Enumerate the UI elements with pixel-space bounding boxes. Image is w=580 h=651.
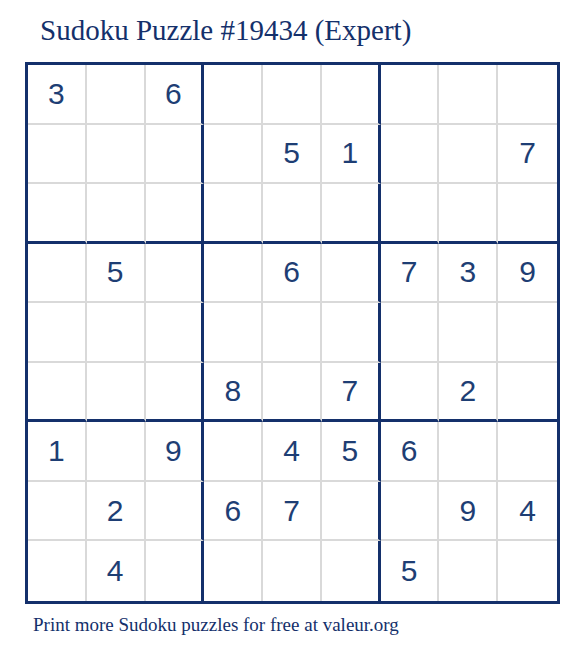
footer-text: Print more Sudoku puzzles for free at va…	[33, 614, 399, 636]
cell-r3c7[interactable]	[381, 184, 440, 244]
cell-r5c5[interactable]	[263, 303, 322, 363]
cell-r7c4[interactable]	[204, 422, 263, 482]
cell-r4c5[interactable]: 6	[263, 244, 322, 304]
cell-r2c4[interactable]	[204, 125, 263, 185]
cell-r6c4[interactable]: 8	[204, 363, 263, 423]
cell-r2c9[interactable]: 7	[498, 125, 557, 185]
cell-r6c7[interactable]	[381, 363, 440, 423]
cell-r4c8[interactable]: 3	[439, 244, 498, 304]
cell-r8c1[interactable]	[28, 482, 87, 542]
cell-r7c9[interactable]	[498, 422, 557, 482]
cell-r9c6[interactable]	[322, 541, 381, 601]
cell-r8c2[interactable]: 2	[87, 482, 146, 542]
cell-r3c4[interactable]	[204, 184, 263, 244]
cell-r4c7[interactable]: 7	[381, 244, 440, 304]
cell-r1c1[interactable]: 3	[28, 65, 87, 125]
sudoku-grid: 3651756739872194562679445	[25, 62, 560, 604]
cell-r2c7[interactable]	[381, 125, 440, 185]
cell-r7c7[interactable]: 6	[381, 422, 440, 482]
cell-r3c8[interactable]	[439, 184, 498, 244]
cell-r9c1[interactable]	[28, 541, 87, 601]
cell-r6c5[interactable]	[263, 363, 322, 423]
cell-r6c9[interactable]	[498, 363, 557, 423]
cell-r5c1[interactable]	[28, 303, 87, 363]
cell-r1c8[interactable]	[439, 65, 498, 125]
cell-r6c2[interactable]	[87, 363, 146, 423]
cell-r3c9[interactable]	[498, 184, 557, 244]
cell-r3c2[interactable]	[87, 184, 146, 244]
cell-r5c4[interactable]	[204, 303, 263, 363]
cell-r5c6[interactable]	[322, 303, 381, 363]
cell-r9c4[interactable]	[204, 541, 263, 601]
cell-r3c1[interactable]	[28, 184, 87, 244]
cell-r3c5[interactable]	[263, 184, 322, 244]
cell-r9c3[interactable]	[146, 541, 205, 601]
cell-r4c6[interactable]	[322, 244, 381, 304]
cell-r3c6[interactable]	[322, 184, 381, 244]
cell-r7c8[interactable]	[439, 422, 498, 482]
cell-r5c8[interactable]	[439, 303, 498, 363]
cell-r4c3[interactable]	[146, 244, 205, 304]
cell-r4c2[interactable]: 5	[87, 244, 146, 304]
cell-r5c9[interactable]	[498, 303, 557, 363]
cell-r2c5[interactable]: 5	[263, 125, 322, 185]
cell-r6c6[interactable]: 7	[322, 363, 381, 423]
cell-r8c4[interactable]: 6	[204, 482, 263, 542]
cell-r1c6[interactable]	[322, 65, 381, 125]
cell-r1c5[interactable]	[263, 65, 322, 125]
cell-r9c8[interactable]	[439, 541, 498, 601]
cell-r7c2[interactable]	[87, 422, 146, 482]
cell-r9c5[interactable]	[263, 541, 322, 601]
cell-r2c6[interactable]: 1	[322, 125, 381, 185]
sudoku-page: Sudoku Puzzle #19434 (Expert) 3651756739…	[0, 0, 580, 651]
cell-r8c5[interactable]: 7	[263, 482, 322, 542]
cell-r2c1[interactable]	[28, 125, 87, 185]
cell-r5c3[interactable]	[146, 303, 205, 363]
cell-r1c4[interactable]	[204, 65, 263, 125]
cell-r4c4[interactable]	[204, 244, 263, 304]
cell-r6c3[interactable]	[146, 363, 205, 423]
cell-r8c6[interactable]	[322, 482, 381, 542]
cell-r9c2[interactable]: 4	[87, 541, 146, 601]
cell-r5c7[interactable]	[381, 303, 440, 363]
cell-r7c6[interactable]: 5	[322, 422, 381, 482]
cell-r6c8[interactable]: 2	[439, 363, 498, 423]
cell-r1c2[interactable]	[87, 65, 146, 125]
cell-r6c1[interactable]	[28, 363, 87, 423]
cell-r7c1[interactable]: 1	[28, 422, 87, 482]
cell-r8c3[interactable]	[146, 482, 205, 542]
page-title: Sudoku Puzzle #19434 (Expert)	[40, 14, 411, 47]
cell-r7c5[interactable]: 4	[263, 422, 322, 482]
cell-r1c7[interactable]	[381, 65, 440, 125]
cell-r2c2[interactable]	[87, 125, 146, 185]
cell-r4c1[interactable]	[28, 244, 87, 304]
cell-r1c9[interactable]	[498, 65, 557, 125]
cell-r7c3[interactable]: 9	[146, 422, 205, 482]
cell-r2c8[interactable]	[439, 125, 498, 185]
cell-r9c9[interactable]	[498, 541, 557, 601]
cell-r3c3[interactable]	[146, 184, 205, 244]
cell-r9c7[interactable]: 5	[381, 541, 440, 601]
cell-r4c9[interactable]: 9	[498, 244, 557, 304]
cell-r2c3[interactable]	[146, 125, 205, 185]
cell-r8c7[interactable]	[381, 482, 440, 542]
cell-r5c2[interactable]	[87, 303, 146, 363]
cell-r8c9[interactable]: 4	[498, 482, 557, 542]
cell-r1c3[interactable]: 6	[146, 65, 205, 125]
cell-r8c8[interactable]: 9	[439, 482, 498, 542]
